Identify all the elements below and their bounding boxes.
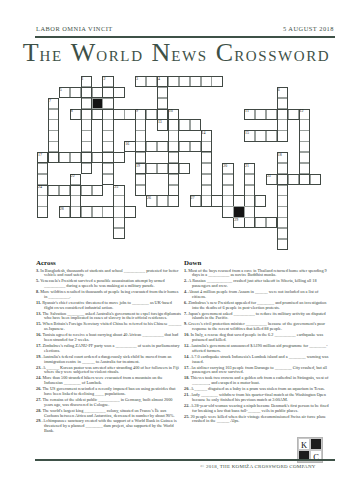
clue-item: 4. About 4 million people from Assam in … xyxy=(184,290,332,300)
logo-dark-square xyxy=(310,438,322,450)
grid-cell[interactable] xyxy=(244,206,255,217)
grid-cell[interactable] xyxy=(146,163,157,174)
clue-item: 11. Ryanair's chief executive threatened… xyxy=(36,301,182,311)
grid-cell[interactable] xyxy=(266,130,277,141)
grid-cell[interactable] xyxy=(222,195,233,206)
clue-item: 9. Greece's civil protection minister __… xyxy=(184,322,332,332)
grid-cell[interactable] xyxy=(135,163,146,174)
grid-cell[interactable] xyxy=(81,185,92,196)
grid-cell[interactable] xyxy=(113,228,124,239)
grid-cell[interactable] xyxy=(135,141,146,152)
grid-cell[interactable] xyxy=(70,109,81,120)
grid-cell[interactable] xyxy=(37,185,48,196)
grid-cell[interactable] xyxy=(146,141,157,152)
clue-item: 13. The Salvation ________ asked Austral… xyxy=(36,312,182,322)
grid-cell[interactable] xyxy=(299,141,310,152)
clue-item: 1. Most of the boys rescued from a cave … xyxy=(184,269,332,279)
grid-cell[interactable] xyxy=(59,206,70,217)
grid-cell[interactable] xyxy=(255,109,266,120)
grid-cell[interactable] xyxy=(211,195,222,206)
grid-cell[interactable] xyxy=(92,185,103,196)
footer-rule xyxy=(35,459,335,461)
grid-cell[interactable] xyxy=(168,163,179,174)
grid-cell[interactable] xyxy=(102,87,113,98)
grid-cell[interactable] xyxy=(157,163,168,174)
grid-cell[interactable] xyxy=(92,87,103,98)
grid-cell[interactable] xyxy=(81,152,92,163)
grid-cell[interactable] xyxy=(102,109,113,120)
grid-cell[interactable] xyxy=(48,141,59,152)
grid-cell[interactable] xyxy=(277,217,288,228)
grid-cell[interactable] xyxy=(266,217,277,228)
grid-cell[interactable] xyxy=(135,119,146,130)
grid-cell[interactable] xyxy=(157,76,168,87)
grid-cell[interactable] xyxy=(244,130,255,141)
grid-cell[interactable] xyxy=(81,98,92,109)
grid-cell[interactable] xyxy=(201,195,212,206)
grid-cell[interactable] xyxy=(190,76,201,87)
grid-cell[interactable] xyxy=(81,119,92,130)
clue-item: 16. Tunisia agreed to receive a boat car… xyxy=(36,333,182,343)
grid-cell[interactable] xyxy=(102,163,113,174)
grid-cell[interactable] xyxy=(113,195,124,206)
grid-cell[interactable] xyxy=(48,130,59,141)
grid-cell[interactable] xyxy=(157,109,168,120)
grid-cell[interactable] xyxy=(277,185,288,196)
grid-cell[interactable] xyxy=(233,217,244,228)
grid-cell[interactable] xyxy=(81,130,92,141)
clue-item: 15. When Britain's Foreign Secretary vis… xyxy=(36,322,182,332)
grid-cell[interactable] xyxy=(201,76,212,87)
grid-cell[interactable] xyxy=(157,98,168,109)
grid-cell[interactable] xyxy=(201,152,212,163)
grid-cell[interactable] xyxy=(70,87,81,98)
grid-cell[interactable] xyxy=(168,141,179,152)
grid-cell[interactable] xyxy=(81,76,92,87)
masthead: LABOR OMNIA VINCIT 5 AUGUST 2018 xyxy=(35,25,335,35)
grid-cell[interactable] xyxy=(277,195,288,206)
grid-cell[interactable] xyxy=(135,109,146,120)
grid-cell[interactable] xyxy=(222,206,233,217)
grid-cell[interactable] xyxy=(81,163,92,174)
clue-item: 5. Venezuela's President survived a poss… xyxy=(36,279,182,289)
grid-cell[interactable] xyxy=(190,141,201,152)
grid-cell[interactable] xyxy=(244,195,255,206)
grid-cell[interactable] xyxy=(37,174,48,185)
grid-cell[interactable] xyxy=(277,119,288,130)
grid-cell[interactable] xyxy=(244,174,255,185)
grid-cell[interactable] xyxy=(48,152,59,163)
grid-cell[interactable] xyxy=(59,87,70,98)
grid-cell[interactable] xyxy=(81,87,92,98)
clue-item: 18. Thieves took two crowns and a golden… xyxy=(184,376,332,386)
grid-cell[interactable] xyxy=(113,206,124,217)
grid-cell[interactable] xyxy=(102,174,113,185)
grid-cell[interactable] xyxy=(244,185,255,196)
grid-cell[interactable] xyxy=(135,76,146,87)
grid-cell[interactable] xyxy=(135,130,146,141)
grid-cell[interactable] xyxy=(266,174,277,185)
clue-item: 14. A 7.0 earthquake struck Indonesia's … xyxy=(184,355,332,365)
grid-cell[interactable] xyxy=(92,206,103,217)
grid-cell[interactable] xyxy=(70,174,81,185)
grid-cell[interactable] xyxy=(277,206,288,217)
across-clues-list: 3. In Bangladesh, thousands of students … xyxy=(36,269,182,434)
grid-cell[interactable] xyxy=(277,174,288,185)
grid-cell[interactable] xyxy=(222,163,233,174)
down-header: Down xyxy=(184,259,332,266)
grid-cell[interactable] xyxy=(168,185,179,196)
grid-cell[interactable] xyxy=(299,119,310,130)
grid-cell[interactable] xyxy=(102,119,113,130)
grid-cell[interactable] xyxy=(168,195,179,206)
clue-item: 24. More than 500 stranded hikers were e… xyxy=(36,376,182,386)
page-title: THEWORLDNEWSCROSSWORD xyxy=(0,38,353,68)
grid-cell[interactable] xyxy=(299,163,310,174)
clue-item: 17. An airliner carrying 103 people from… xyxy=(184,366,332,376)
grid-cell[interactable] xyxy=(168,174,179,185)
grid-cell[interactable] xyxy=(81,141,92,152)
grid-cell[interactable] xyxy=(244,217,255,228)
grid-cell[interactable] xyxy=(135,174,146,185)
grid-cell[interactable] xyxy=(255,217,266,228)
clue-item: 22. A 28-year-old woman wearing a niqab … xyxy=(184,404,332,414)
grid-cell[interactable] xyxy=(277,98,288,109)
grid-cell[interactable] xyxy=(102,130,113,141)
grid-cell[interactable] xyxy=(37,195,48,206)
grid-cell[interactable] xyxy=(102,76,113,87)
grid-cell[interactable] xyxy=(37,152,48,163)
grid-cell[interactable] xyxy=(190,119,201,130)
grid-cell[interactable] xyxy=(277,109,288,120)
grid-cell[interactable] xyxy=(288,109,299,120)
grid-cell[interactable] xyxy=(244,109,255,120)
grid-cell[interactable] xyxy=(157,141,168,152)
grid-cell[interactable] xyxy=(168,109,179,120)
grid-cell[interactable] xyxy=(255,130,266,141)
grid-cell[interactable] xyxy=(190,195,201,206)
grid-cell[interactable] xyxy=(70,152,81,163)
grid-cell[interactable] xyxy=(310,174,321,185)
clue-item: 6. Zimbabwe's new President appealed for… xyxy=(184,301,332,311)
grid-cell[interactable] xyxy=(222,174,233,185)
grid-cell[interactable] xyxy=(70,195,81,206)
crossword-grid: 3581113151617192324262728291246791012141… xyxy=(37,76,321,250)
grid-cell[interactable] xyxy=(201,174,212,185)
grid-cell[interactable] xyxy=(299,152,310,163)
grid-cell[interactable] xyxy=(179,141,190,152)
grid-cell[interactable] xyxy=(81,109,92,120)
title-word: WORLD xyxy=(71,47,144,64)
grid-cell[interactable] xyxy=(168,152,179,163)
grid-cell[interactable] xyxy=(201,130,212,141)
clue-item: 26. The US government rescinded a recent… xyxy=(36,387,182,397)
grid-cell[interactable] xyxy=(277,239,288,250)
clue-item: 3. In Bangladesh, thousands of students … xyxy=(36,269,182,279)
grid-cell[interactable] xyxy=(168,119,179,130)
grid-cell[interactable] xyxy=(37,206,48,217)
clue-item: 23. A ______ Korean pastor was arrested … xyxy=(36,366,182,376)
grid-cell[interactable] xyxy=(70,206,81,217)
grid-cell[interactable] xyxy=(277,163,288,174)
down-clues-list: 1. Most of the boys rescued from a cave … xyxy=(184,269,332,425)
copyright-line: © 2018, THE KOMIŽA CROSSWORD COMPANY xyxy=(183,464,333,469)
clue-item: 8. More wildfires resulted in thousands … xyxy=(36,290,182,300)
grid-cell[interactable] xyxy=(48,109,59,120)
grid-cell[interactable] xyxy=(277,228,288,239)
grid-cell[interactable] xyxy=(92,152,103,163)
grid-cell[interactable] xyxy=(244,163,255,174)
grid-cell[interactable] xyxy=(157,87,168,98)
grid-cell[interactable] xyxy=(48,185,59,196)
across-clues-section: Across 3. In Bangladesh, thousands of st… xyxy=(36,259,182,435)
grid-cell[interactable] xyxy=(233,195,244,206)
grid-cell[interactable] xyxy=(48,98,59,109)
grid-cell[interactable] xyxy=(201,185,212,196)
grid-cell[interactable] xyxy=(102,152,113,163)
grid-cell[interactable] xyxy=(59,185,70,196)
grid-cell[interactable] xyxy=(222,185,233,196)
clue-item: 2. A Russian ____________ crashed just a… xyxy=(184,279,332,289)
clue-item: 19. Australia's federal court ordered a … xyxy=(36,355,182,365)
grid-cell[interactable] xyxy=(179,163,190,174)
clue-item: 17. Zimbabwe's ruling ZANU-PF party won … xyxy=(36,344,182,354)
grid-cell[interactable] xyxy=(277,87,288,98)
grid-cell[interactable] xyxy=(37,163,48,174)
grid-cell[interactable] xyxy=(201,163,212,174)
grid-cell[interactable] xyxy=(81,206,92,217)
masthead-motto: LABOR OMNIA VINCIT xyxy=(36,25,113,32)
clue-item: 10. In Italy, a rescue dog that saved pe… xyxy=(184,333,332,343)
across-header: Across xyxy=(36,259,182,266)
grid-cell[interactable] xyxy=(59,152,70,163)
clue-item: 29. A chimpanzee sanctuary created with … xyxy=(36,419,182,434)
grid-cell[interactable] xyxy=(201,141,212,152)
grid-cell[interactable] xyxy=(135,152,146,163)
grid-cell[interactable] xyxy=(157,195,168,206)
grid-cell[interactable] xyxy=(277,152,288,163)
grid-cell[interactable] xyxy=(113,152,124,163)
grid-cell[interactable] xyxy=(113,185,124,196)
grid-cell[interactable] xyxy=(102,98,113,109)
grid-cell[interactable] xyxy=(48,119,59,130)
grid-cell[interactable] xyxy=(102,206,113,217)
grid-cell[interactable] xyxy=(102,141,113,152)
grid-cell[interactable] xyxy=(299,130,310,141)
grid-cell[interactable] xyxy=(146,195,157,206)
blocked-cell xyxy=(92,98,103,109)
grid-cell[interactable] xyxy=(70,185,81,196)
grid-cell[interactable] xyxy=(135,185,146,196)
grid-cell[interactable] xyxy=(266,109,277,120)
grid-cell[interactable] xyxy=(179,119,190,130)
grid-cell[interactable] xyxy=(113,87,124,98)
grid-cell[interactable] xyxy=(124,109,135,120)
grid-cell[interactable] xyxy=(299,109,310,120)
grid-cell[interactable] xyxy=(288,174,299,185)
blocked-cell xyxy=(233,206,244,217)
grid-cell[interactable] xyxy=(113,109,124,120)
grid-cell[interactable] xyxy=(168,130,179,141)
grid-cell[interactable] xyxy=(124,206,135,217)
clue-item: 7. Japan's government asked __________ t… xyxy=(184,312,332,322)
down-clues-section: Down 1. Most of the boys rescued from a … xyxy=(184,259,332,425)
masthead-date: 5 AUGUST 2018 xyxy=(283,25,334,32)
grid-cell[interactable] xyxy=(157,119,168,130)
clue-item: 28. The world's largest king __________ … xyxy=(36,409,182,419)
logo-letter-k: K xyxy=(298,438,310,450)
grid-cell[interactable] xyxy=(299,174,310,185)
grid-cell[interactable] xyxy=(124,141,135,152)
grid-cell[interactable] xyxy=(211,76,222,87)
title-word: NEWS xyxy=(152,47,208,64)
grid-cell[interactable] xyxy=(255,195,266,206)
title-word: THE xyxy=(23,47,63,64)
clue-item: 27. The remains of the oldest public ___… xyxy=(36,398,182,408)
clue-item: 12. Australia's government announced $A1… xyxy=(184,344,332,354)
grid-cell[interactable] xyxy=(146,109,157,120)
grid-cell[interactable] xyxy=(113,217,124,228)
clue-item: 25. 20 people were killed when their vin… xyxy=(184,415,332,425)
grid-cell[interactable] xyxy=(277,130,288,141)
clue-item: 21. Andy ________ withdrew from his quar… xyxy=(184,393,332,403)
grid-cell[interactable] xyxy=(146,76,157,87)
grid-cell[interactable] xyxy=(179,76,190,87)
title-word: CROSSWORD xyxy=(216,47,331,64)
grid-cell[interactable] xyxy=(168,76,179,87)
grid-cell[interactable] xyxy=(92,109,103,120)
